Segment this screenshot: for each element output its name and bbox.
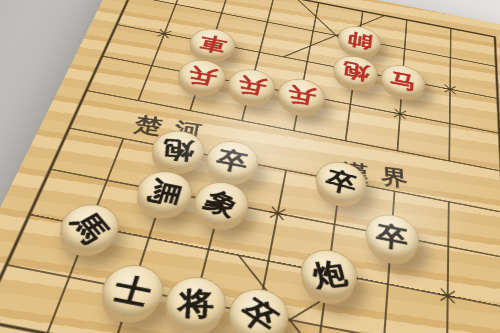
piece-glyph-black-soldier-2: 卒: [323, 167, 358, 197]
piece-glyph-black-cannon-1: 炮: [162, 138, 195, 163]
piece-glyph-red-soldier-2: 兵: [236, 74, 268, 98]
piece-glyph-black-cannon-2: 炮: [309, 258, 349, 290]
photo-frame: 楚河 漢界 帥車炮马兵兵兵炮卒卒馬象卒馬炮士将卒: [0, 0, 500, 333]
piece-glyph-black-horse-1: 馬: [145, 177, 184, 207]
piece-glyph-red-soldier-3: 兵: [286, 83, 317, 107]
piece-glyph-black-elephant: 象: [200, 186, 243, 221]
piece-glyph-black-soldier-3: 卒: [376, 221, 409, 253]
piece-glyph-red-soldier-1: 兵: [185, 64, 218, 88]
piece-glyph-black-horse-2: 馬: [66, 208, 114, 246]
piece-glyph-red-chariot: 車: [197, 33, 229, 55]
piece-glyph-red-horse: 马: [389, 69, 416, 92]
xiangqi-board: 楚河 漢界 帥車炮马兵兵兵炮卒卒馬象卒馬炮士将卒: [0, 0, 500, 333]
piece-glyph-red-general: 帥: [346, 30, 373, 51]
piece-glyph-black-general: 将: [177, 287, 214, 319]
piece-glyph-black-soldier-1: 卒: [215, 147, 251, 175]
piece-glyph-black-soldier-4: 卒: [234, 293, 283, 333]
piece-glyph-red-cannon: 炮: [341, 60, 370, 83]
piece-glyph-black-advisor: 士: [111, 272, 155, 309]
